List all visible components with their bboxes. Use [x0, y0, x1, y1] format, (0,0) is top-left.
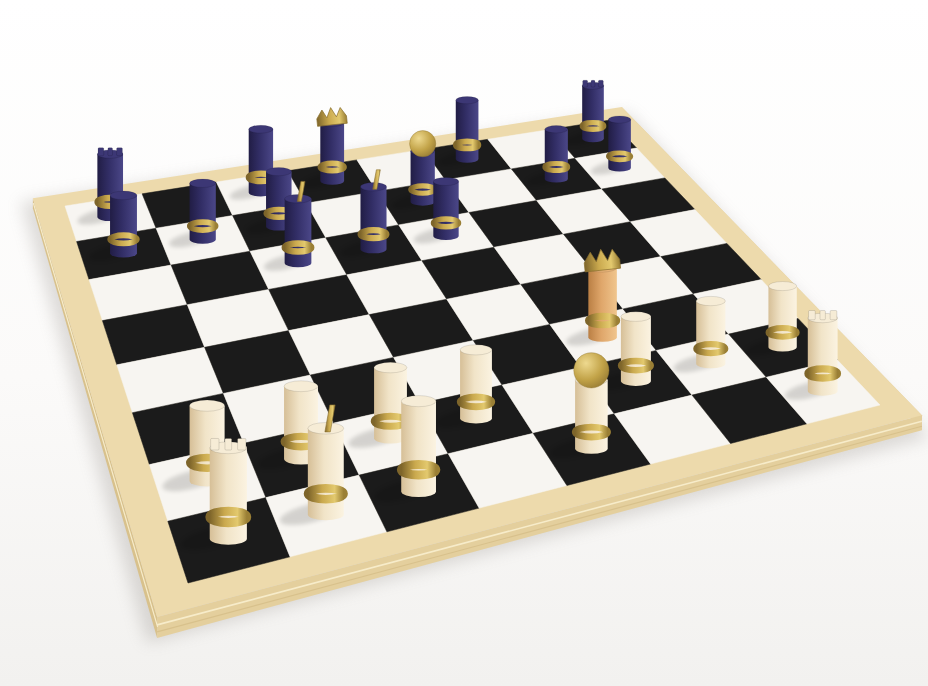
white-pawn-h2: [768, 282, 796, 352]
chess-set-photo: [0, 0, 928, 686]
white-queen-e1: [574, 353, 609, 454]
black-pawn-e6: [433, 177, 458, 240]
white-pawn-g2: [696, 296, 725, 368]
black-king-d8: [316, 106, 347, 185]
product-photo-stage: [0, 0, 928, 686]
white-pawn-f2: [621, 312, 651, 386]
white-rook-h1: [808, 311, 838, 396]
white-pawn-d2: [460, 345, 492, 424]
black-pawn-b7: [190, 179, 216, 244]
black-pawn-h7: [608, 116, 631, 172]
white-bishop-c1: [401, 396, 436, 497]
black-pawn-g7: [545, 126, 568, 183]
black-rook-h8: [582, 80, 604, 142]
white-rook-a1: [210, 438, 247, 544]
black-bishop-f8: [456, 97, 479, 163]
black-queen-e7: [410, 131, 436, 206]
black-pawn-a7: [110, 191, 137, 257]
white-king-f3: [583, 247, 621, 341]
